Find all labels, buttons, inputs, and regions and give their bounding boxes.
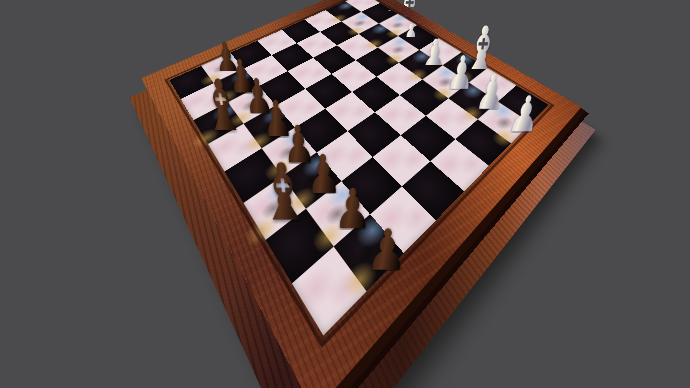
bishop-glyph: ♝ [251,152,312,231]
pawn-glyph: ♟ [505,90,546,139]
pawn-glyph: ♟ [365,222,410,279]
board-tilt-wrapper: ♝♝♟♟♟♟♟♟♟♟♟♟♟♟♟♟♟♟♝♝ [141,0,581,388]
background: ♝♝♟♟♟♟♟♟♟♟♟♟♟♟♟♟♟♟♝♝ [0,0,690,388]
bishop-glyph: ♝ [194,69,248,139]
pawn-glyph: ♟ [473,68,510,116]
black-pawn-a7[interactable]: ♟ [360,163,422,278]
black-bishop-c8[interactable]: ♝ [250,120,311,230]
square-d4[interactable] [352,77,400,113]
